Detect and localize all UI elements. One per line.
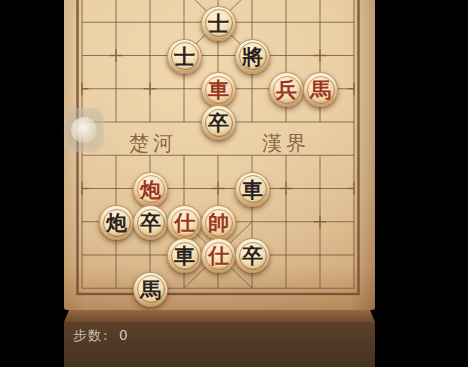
piece-layer: 士士將車兵馬卒炮車炮卒仕帥車仕卒馬 [65,0,371,305]
piece-character: 仕 [208,245,229,266]
game-area: 楚河 漢界 士士將車兵馬卒炮車炮卒仕帥車仕卒馬 步数:0 [64,0,375,367]
piece-black-general[interactable]: 將 [235,39,270,74]
app-screen: 楚河 漢界 士士將車兵馬卒炮車炮卒仕帥車仕卒馬 步数:0 [0,0,468,367]
piece-character: 車 [242,179,263,200]
piece-character: 車 [208,79,229,100]
piece-black-chariot[interactable]: 車 [235,172,270,207]
assistive-button-circle [71,117,97,143]
board-front-edge [64,310,375,322]
piece-black-soldier[interactable]: 卒 [133,205,168,240]
piece-character: 炮 [140,179,161,200]
piece-red-general[interactable]: 帥 [201,205,236,240]
piece-red-advisor[interactable]: 仕 [167,205,202,240]
piece-black-soldier[interactable]: 卒 [235,238,270,273]
piece-red-soldier[interactable]: 兵 [269,72,304,107]
piece-character: 車 [174,245,195,266]
steps-counter: 步数:0 [73,327,129,345]
piece-black-cannon[interactable]: 炮 [99,205,134,240]
piece-character: 卒 [242,245,263,266]
piece-character: 士 [208,13,229,34]
piece-black-chariot[interactable]: 車 [167,238,202,273]
floating-assistive-button[interactable] [64,108,104,152]
steps-label: 步数: [73,327,109,343]
piece-red-cannon[interactable]: 炮 [133,172,168,207]
piece-character: 馬 [310,79,331,100]
piece-character: 馬 [140,279,161,300]
piece-black-horse[interactable]: 馬 [133,272,168,307]
piece-black-advisor[interactable]: 士 [167,39,202,74]
piece-character: 炮 [106,212,127,233]
piece-black-advisor[interactable]: 士 [201,6,236,41]
piece-character: 卒 [140,212,161,233]
piece-character: 兵 [276,79,297,100]
piece-red-chariot[interactable]: 車 [201,72,236,107]
piece-character: 將 [242,46,263,67]
table-surface: 步数:0 [64,322,375,367]
steps-value: 0 [119,327,129,343]
piece-character: 卒 [208,112,229,133]
piece-character: 士 [174,46,195,67]
piece-red-horse[interactable]: 馬 [303,72,338,107]
piece-character: 帥 [208,212,229,233]
piece-black-soldier[interactable]: 卒 [201,105,236,140]
piece-red-advisor[interactable]: 仕 [201,238,236,273]
piece-character: 仕 [174,212,195,233]
